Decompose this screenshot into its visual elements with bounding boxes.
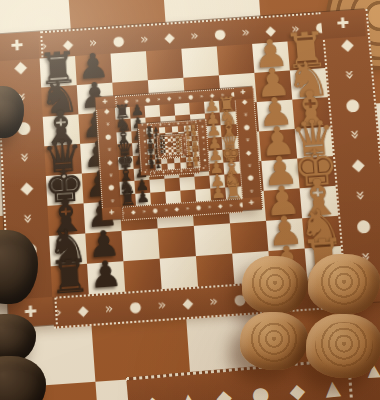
- square-r0c3[interactable]: [146, 48, 183, 79]
- dark-pawn: ♟: [155, 163, 161, 170]
- square-r7c4: [180, 189, 196, 203]
- corner-inlay-3: ✚: [158, 155, 161, 157]
- square-r6c3[interactable]: [158, 225, 196, 258]
- tan-rook: ♜: [192, 159, 201, 168]
- outer-tan-piece-4[interactable]: [306, 314, 380, 378]
- outer-tan-piece-2[interactable]: [308, 254, 380, 314]
- square-r0c3: [159, 103, 175, 116]
- dark-pawn: ♟: [136, 190, 150, 206]
- corner-inlay-3: ✚: [102, 207, 121, 220]
- outer-tan-piece-3[interactable]: [240, 312, 308, 370]
- square-r6c5: [195, 176, 211, 190]
- square-r0c2[interactable]: [110, 51, 147, 82]
- recursive-chessboard-photo: ◆ ▲ ◆ ● ◆ ▲ ◆ ● ◆ ▲ ◆ ● ◆ ▲ ◆ ● ◆ ▲ ◆ ● …: [0, 0, 380, 400]
- corner-inlay-2: ✚: [320, 9, 365, 38]
- tan-rook: ♜: [179, 150, 183, 154]
- square-r6c2: [149, 179, 165, 193]
- square-r7c5: [195, 188, 211, 202]
- corner-inlay-4: ✚: [182, 153, 185, 155]
- corner-inlay-1: ✚: [96, 96, 115, 109]
- chessboard-level-2: » ◆ » ● » ◆ » ● » ◆ » ● » ◆ » ● » ◆ » ● …: [96, 87, 262, 220]
- dark-rook[interactable]: ♜: [48, 252, 91, 301]
- square-r7c2[interactable]: [123, 258, 161, 291]
- square-r7c4[interactable]: [196, 253, 235, 286]
- square-r0c4: [174, 102, 190, 115]
- square-r6c4[interactable]: [194, 223, 232, 256]
- square-r0c5[interactable]: [217, 44, 255, 75]
- deepest-recursion-core: [167, 142, 173, 147]
- square-r6c4: [179, 177, 195, 191]
- square-r6c2[interactable]: [121, 228, 159, 261]
- square-r6c3: [164, 178, 180, 192]
- square-r6c5[interactable]: [230, 220, 268, 253]
- square-r0c5: [189, 101, 205, 114]
- square-r7c3[interactable]: [160, 256, 198, 289]
- dark-rook: ♜: [119, 189, 137, 209]
- tan-rook: ♜: [223, 180, 244, 202]
- corner-inlay-1: ✚: [0, 32, 39, 62]
- corner-inlay-2: ✚: [233, 87, 252, 100]
- dark-pawn: ♟: [163, 152, 165, 155]
- square-r7c2: [150, 192, 166, 206]
- square-r0c4[interactable]: [181, 46, 219, 77]
- outer-tan-piece-1[interactable]: [242, 256, 308, 314]
- corner-inlay-4: ✚: [200, 166, 208, 171]
- square-r0c2: [144, 105, 160, 118]
- corner-inlay-4: ✚: [242, 198, 261, 211]
- chessboard-level-4: » ◆ » ● » ◆ » ● » ◆ » ● » ◆ » ● » ◆ » ● …: [156, 134, 185, 157]
- chessboard-level-3: » ◆ » ● » ◆ » ● » ◆ » ● » ◆ » ● » ◆ » ● …: [138, 120, 207, 176]
- dark-pawn[interactable]: ♟: [89, 255, 123, 293]
- square-r7c3: [165, 190, 181, 204]
